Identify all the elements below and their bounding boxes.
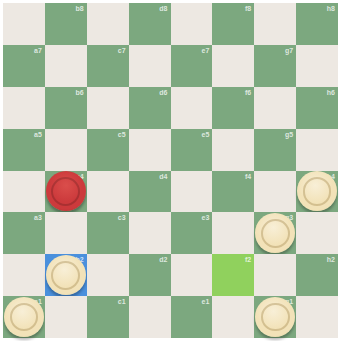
board-frame: b8d8f8h8a7c7e7g7b6d6f6h6a5c5e5g5b4d4f4h4… (0, 0, 341, 341)
square-f4[interactable]: f4 (212, 171, 254, 213)
square-e1[interactable]: e1 (171, 296, 213, 338)
square-f2[interactable]: f2 (212, 254, 254, 296)
square-d1[interactable] (129, 296, 171, 338)
square-coordinate-label: e7 (202, 47, 210, 54)
square-e6[interactable] (171, 87, 213, 129)
square-f6[interactable]: f6 (212, 87, 254, 129)
square-coordinate-label: d8 (159, 5, 167, 12)
square-a7[interactable]: a7 (3, 45, 45, 87)
square-coordinate-label: f4 (245, 173, 251, 180)
checkers-board: b8d8f8h8a7c7e7g7b6d6f6h6a5c5e5g5b4d4f4h4… (3, 3, 338, 338)
square-coordinate-label: d4 (159, 173, 167, 180)
white-man-g1[interactable] (255, 297, 295, 337)
piece-ring (10, 303, 39, 332)
square-a8[interactable] (3, 3, 45, 45)
square-h4[interactable]: h4 (296, 171, 338, 213)
square-a5[interactable]: a5 (3, 129, 45, 171)
square-b1[interactable] (45, 296, 87, 338)
square-c4[interactable] (87, 171, 129, 213)
square-b8[interactable]: b8 (45, 3, 87, 45)
square-coordinate-label: g7 (285, 47, 293, 54)
square-e8[interactable] (171, 3, 213, 45)
square-coordinate-label: c1 (118, 298, 126, 305)
square-coordinate-label: h2 (327, 256, 335, 263)
square-coordinate-label: e5 (202, 131, 210, 138)
square-coordinate-label: c5 (118, 131, 126, 138)
square-e2[interactable] (171, 254, 213, 296)
square-coordinate-label: h6 (327, 89, 335, 96)
square-d6[interactable]: d6 (129, 87, 171, 129)
square-h7[interactable] (296, 45, 338, 87)
square-a6[interactable] (3, 87, 45, 129)
square-b6[interactable]: b6 (45, 87, 87, 129)
square-f5[interactable] (212, 129, 254, 171)
white-man-a1[interactable] (4, 297, 44, 337)
square-c6[interactable] (87, 87, 129, 129)
square-f7[interactable] (212, 45, 254, 87)
square-coordinate-label: b8 (76, 5, 84, 12)
square-d5[interactable] (129, 129, 171, 171)
square-a3[interactable]: a3 (3, 212, 45, 254)
square-h3[interactable] (296, 212, 338, 254)
square-c8[interactable] (87, 3, 129, 45)
square-h5[interactable] (296, 129, 338, 171)
piece-ring (51, 177, 80, 206)
square-coordinate-label: b6 (76, 89, 84, 96)
square-e5[interactable]: e5 (171, 129, 213, 171)
square-f3[interactable] (212, 212, 254, 254)
square-a1[interactable]: a1 (3, 296, 45, 338)
square-c1[interactable]: c1 (87, 296, 129, 338)
square-e3[interactable]: e3 (171, 212, 213, 254)
square-c3[interactable]: c3 (87, 212, 129, 254)
square-e7[interactable]: e7 (171, 45, 213, 87)
square-h2[interactable]: h2 (296, 254, 338, 296)
square-coordinate-label: d6 (159, 89, 167, 96)
square-coordinate-label: f6 (245, 89, 251, 96)
piece-ring (261, 219, 290, 248)
square-a2[interactable] (3, 254, 45, 296)
square-coordinate-label: h8 (327, 5, 335, 12)
square-b4[interactable]: b4 (45, 171, 87, 213)
square-coordinate-label: a5 (34, 131, 42, 138)
square-d7[interactable] (129, 45, 171, 87)
square-e4[interactable] (171, 171, 213, 213)
square-coordinate-label: e3 (202, 214, 210, 221)
square-coordinate-label: c3 (118, 214, 126, 221)
square-c2[interactable] (87, 254, 129, 296)
square-f8[interactable]: f8 (212, 3, 254, 45)
square-coordinate-label: f8 (245, 5, 251, 12)
square-d3[interactable] (129, 212, 171, 254)
square-coordinate-label: a7 (34, 47, 42, 54)
square-d2[interactable]: d2 (129, 254, 171, 296)
square-d4[interactable]: d4 (129, 171, 171, 213)
square-g1[interactable]: g1 (254, 296, 296, 338)
white-man-b2[interactable] (46, 255, 86, 295)
piece-ring (303, 177, 332, 206)
piece-ring (51, 261, 80, 290)
red-man-b4[interactable] (46, 171, 86, 211)
square-b2[interactable]: b2 (45, 254, 87, 296)
square-f1[interactable] (212, 296, 254, 338)
square-coordinate-label: e1 (202, 298, 210, 305)
square-h1[interactable] (296, 296, 338, 338)
square-d8[interactable]: d8 (129, 3, 171, 45)
square-coordinate-label: c7 (118, 47, 126, 54)
square-coordinate-label: f2 (245, 256, 251, 263)
square-g6[interactable] (254, 87, 296, 129)
square-c7[interactable]: c7 (87, 45, 129, 87)
square-h6[interactable]: h6 (296, 87, 338, 129)
square-g5[interactable]: g5 (254, 129, 296, 171)
square-h8[interactable]: h8 (296, 3, 338, 45)
piece-ring (261, 303, 290, 332)
square-coordinate-label: a3 (34, 214, 42, 221)
white-man-g3[interactable] (255, 213, 295, 253)
square-b5[interactable] (45, 129, 87, 171)
square-c5[interactable]: c5 (87, 129, 129, 171)
square-coordinate-label: d2 (159, 256, 167, 263)
square-b7[interactable] (45, 45, 87, 87)
white-man-h4[interactable] (297, 171, 337, 211)
square-g7[interactable]: g7 (254, 45, 296, 87)
square-g2[interactable] (254, 254, 296, 296)
square-g4[interactable] (254, 171, 296, 213)
square-b3[interactable] (45, 212, 87, 254)
square-g3[interactable]: g3 (254, 212, 296, 254)
square-g8[interactable] (254, 3, 296, 45)
square-a4[interactable] (3, 171, 45, 213)
square-coordinate-label: g5 (285, 131, 293, 138)
